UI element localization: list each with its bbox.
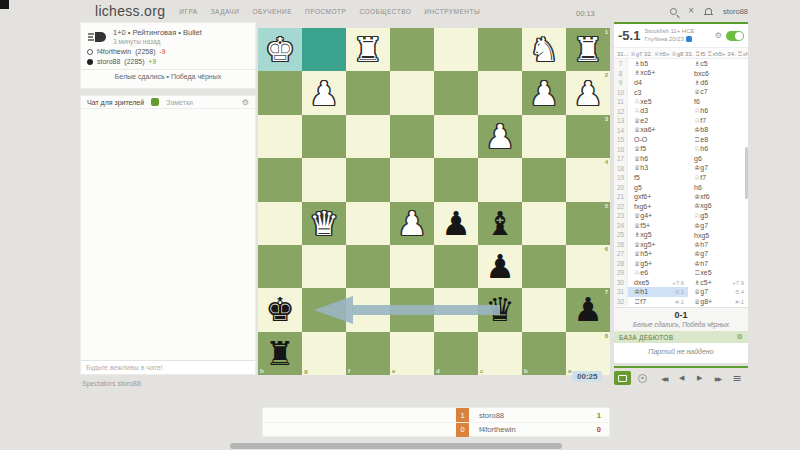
engine-eval: -5.1 — [618, 28, 640, 43]
menu-item-1[interactable]: ЗАДАЧИ — [211, 8, 240, 15]
move-number: 28 — [614, 259, 628, 269]
move-number: 32 — [614, 297, 628, 307]
move-21-w[interactable]: gxf6+ — [628, 192, 688, 202]
move-row-8: 8♗xc6+bxc6 — [614, 69, 748, 79]
square-h5[interactable] — [258, 202, 302, 245]
spectators-label: Spectators — [82, 380, 115, 387]
move-row-28: 28♕g5+♔h7 — [614, 259, 748, 269]
move-row-11: 11♘xe5f6 — [614, 97, 748, 107]
move-10-w[interactable]: c3 — [628, 88, 688, 98]
square-b6[interactable] — [522, 245, 566, 288]
move-number: 21 — [614, 192, 628, 202]
move-28-b[interactable]: ♔h7 — [688, 259, 748, 269]
top-nav: lichess.org ИГРАЗАДАЧИОБУЧЕНИЕПРОСМОТРСО… — [0, 0, 800, 22]
square-g4[interactable] — [302, 158, 346, 201]
square-f5[interactable] — [346, 202, 390, 245]
square-a5[interactable]: 5 — [566, 202, 610, 245]
square-e7[interactable] — [390, 288, 434, 331]
black-rook-h8: ♜ — [265, 337, 295, 370]
game-point-cell[interactable]: 1 — [456, 408, 469, 422]
square-d4[interactable] — [434, 158, 478, 201]
move-row-18: 18♕h3♔g7 — [614, 164, 748, 174]
engine-depth: Глубина 20/23 — [644, 36, 684, 42]
username[interactable]: storo88 — [723, 7, 748, 16]
move-row-10: 10c3♕c7 — [614, 88, 748, 98]
move-number: 7 — [614, 59, 628, 69]
move-8-b[interactable]: bxc6 — [688, 69, 748, 79]
engine-toggle[interactable] — [726, 31, 744, 41]
move-number: 26 — [614, 240, 628, 250]
move-row-25: 25♗xg5hxg5 — [614, 230, 748, 240]
move-18-b[interactable]: ♔g7 — [688, 164, 748, 174]
square-c1[interactable] — [478, 28, 522, 71]
move-number: 18 — [614, 164, 628, 174]
square-d3[interactable] — [434, 115, 478, 158]
coord-file-a: a — [568, 368, 571, 374]
coord-file-d: d — [436, 368, 440, 374]
clock-black-running: 00:25 — [572, 371, 602, 382]
black-color-icon — [87, 59, 93, 65]
move-row-13: 13♕e2♘f7 — [614, 116, 748, 126]
move-number: 29 — [614, 268, 628, 278]
move-row-20: 20g5h6 — [614, 183, 748, 193]
move-number: 17 — [614, 154, 628, 164]
move-row-17: 17♕h6g6 — [614, 154, 748, 164]
tab-spectator-chat[interactable]: Чат для зрителей — [87, 99, 144, 106]
move-17-b[interactable]: g6 — [688, 154, 748, 164]
spectators-line: Spectators storo88 — [82, 380, 141, 387]
lichess-logo[interactable]: lichess.org — [95, 3, 165, 19]
move-32-b[interactable]: ♕g8+#-1 — [688, 297, 748, 307]
menu-item-4[interactable]: СООБЩЕСТВО — [359, 8, 411, 15]
square-h7[interactable]: ♚ — [258, 288, 302, 331]
coord-rank-8: 8 — [605, 333, 608, 339]
square-e6[interactable] — [390, 245, 434, 288]
menu-hamburger-icon[interactable]: ≡ — [733, 372, 742, 385]
game-point-cell[interactable]: 0 — [456, 423, 469, 437]
crosstable-player-name[interactable]: storo88 — [469, 411, 587, 420]
move-row-29: 29♘e6♖xe5 — [614, 268, 748, 278]
move-30-w[interactable]: dxe5+7.6 — [628, 278, 688, 288]
engine-pv-line[interactable]: 31... ♕g7 32. ♕h5+ ♕g8 33. ♖f5 ♖xh5+ 34.… — [614, 48, 748, 59]
square-h2[interactable] — [258, 71, 302, 114]
crosstable-row-loser: 0 f4forthewin 0 — [263, 422, 609, 436]
square-b1[interactable]: ♞ — [522, 28, 566, 71]
go-previous-button[interactable]: ◀ — [679, 374, 684, 382]
square-f1[interactable]: ♜ — [346, 28, 390, 71]
move-number: 20 — [614, 183, 628, 193]
move-12-w[interactable]: ♘d3 — [628, 107, 688, 117]
square-d2[interactable] — [434, 71, 478, 114]
square-b3[interactable] — [522, 115, 566, 158]
move-22-w[interactable]: fxg6+ — [628, 202, 688, 212]
move-31-b[interactable]: ♕g7-5.4 — [688, 287, 748, 297]
square-h4[interactable] — [258, 158, 302, 201]
white-rook-a1: ♜ — [573, 33, 603, 66]
move-eval: #-1 — [735, 299, 748, 305]
move-28-w[interactable]: ♕g5+ — [628, 259, 688, 269]
divider — [81, 69, 255, 70]
square-c8[interactable]: c — [478, 332, 522, 375]
go-last-button[interactable]: ▶▶ — [715, 375, 720, 382]
move-list-scrollbar[interactable] — [745, 147, 748, 199]
move-number: 15 — [614, 135, 628, 145]
move-7-w[interactable]: ♗b5 — [628, 59, 688, 69]
crosstable-total: 1 — [587, 411, 609, 420]
coord-file-g: g — [304, 368, 308, 374]
move-19-b[interactable]: ♘f7 — [688, 173, 748, 183]
square-b7[interactable] — [522, 288, 566, 331]
white-knight-b1: ♞ — [529, 33, 559, 66]
player-white-row[interactable]: f4forthewin (2258) -9 — [87, 48, 249, 55]
coord-file-f: f — [348, 368, 350, 374]
square-f7[interactable] — [346, 288, 390, 331]
move-row-23: 23♕g4+♘g5 — [614, 211, 748, 221]
square-d8[interactable]: d — [434, 332, 478, 375]
move-29-b[interactable]: ♖xe5 — [688, 268, 748, 278]
search-icon[interactable] — [670, 8, 677, 15]
engine-header: -5.1 Stockfish 11+ HCE Глубина 20/23 ⚙ — [614, 24, 748, 48]
move-10-b[interactable]: ♕c7 — [688, 88, 748, 98]
move-row-21: 21gxf6+♔xf6 — [614, 192, 748, 202]
white-rating-delta: -9 — [159, 48, 165, 55]
move-number: 13 — [614, 116, 628, 126]
chat-input[interactable] — [81, 360, 255, 374]
move-number: 27 — [614, 249, 628, 259]
engine-name: Stockfish 11+ HCE — [644, 28, 694, 34]
square-h3[interactable] — [258, 115, 302, 158]
square-g8[interactable]: g — [302, 332, 346, 375]
menu-item-2[interactable]: ОБУЧЕНИЕ — [252, 8, 292, 15]
move-number: 23 — [614, 211, 628, 221]
move-9-b[interactable]: ♗d6 — [688, 78, 748, 88]
move-29-w[interactable]: ♘e6 — [628, 268, 688, 278]
game-meta-title: 1+0 • Рейтинговая • Bullet — [113, 28, 202, 37]
coord-file-b: b — [524, 368, 528, 374]
square-a4[interactable]: 4 — [566, 158, 610, 201]
bullet-icon — [87, 30, 107, 44]
move-25-b[interactable]: hxg5 — [688, 230, 748, 240]
move-25-w[interactable]: ♗xg5 — [628, 230, 688, 240]
left-sidebar: 1+0 • Рейтинговая • Bullet 3 минуты наза… — [80, 22, 256, 390]
move-8-w[interactable]: ♗xc6+ — [628, 69, 688, 79]
spectator-name[interactable]: storo88 — [117, 380, 140, 387]
move-20-b[interactable]: h6 — [688, 183, 748, 193]
analysis-panel: -5.1 Stockfish 11+ HCE Глубина 20/23 ⚙ 3… — [614, 22, 748, 363]
move-32-w[interactable]: ♖f7#-1 — [628, 297, 688, 307]
black-player-rating: (2285) — [124, 58, 144, 65]
square-a6[interactable]: 6 — [566, 245, 610, 288]
white-pawn-g2: ♟ — [309, 77, 339, 110]
square-e2[interactable] — [390, 71, 434, 114]
move-20-w[interactable]: g5 — [628, 183, 688, 193]
game-result-text: Белые сдались • Победа чёрных — [87, 73, 249, 80]
square-e5[interactable]: ♟ — [390, 202, 434, 245]
move-16-w[interactable]: ♕f5 — [628, 145, 688, 155]
move-eval: #-1 — [675, 299, 688, 305]
square-f6[interactable] — [346, 245, 390, 288]
move-number: 24 — [614, 221, 628, 231]
move-26-w[interactable]: ♕xg5+ — [628, 240, 688, 250]
move-21-b[interactable]: ♔xf6 — [688, 192, 748, 202]
square-e1[interactable] — [390, 28, 434, 71]
move-16-b[interactable]: ♘h6 — [688, 145, 748, 155]
move-12-b[interactable]: ♘h6 — [688, 107, 748, 117]
move-13-w[interactable]: ♕e2 — [628, 116, 688, 126]
analysis-circle-icon[interactable] — [638, 374, 647, 383]
white-pawn-e5: ♟ — [397, 207, 427, 240]
white-pawn-b2: ♟ — [529, 77, 559, 110]
move-24-b[interactable]: ♔g7 — [688, 221, 748, 231]
square-c3[interactable]: ♟ — [478, 115, 522, 158]
coord-file-e: e — [392, 368, 395, 374]
black-pawn-d5: ♟ — [441, 207, 471, 240]
result-score: 0-1 — [614, 310, 748, 320]
move-7-b[interactable]: ♗c5 — [688, 59, 748, 69]
square-g6[interactable] — [302, 245, 346, 288]
square-d5[interactable]: ♟ — [434, 202, 478, 245]
chat-panel: Чат для зрителей Заметки ⚙ — [80, 95, 256, 375]
opening-book-button-active[interactable] — [614, 371, 631, 385]
coord-file-c: c — [480, 368, 483, 374]
move-number: 8 — [614, 69, 628, 79]
move-18-w[interactable]: ♕h3 — [628, 164, 688, 174]
square-b2[interactable]: ♟ — [522, 71, 566, 114]
square-e3[interactable] — [390, 115, 434, 158]
square-e8[interactable]: e — [390, 332, 434, 375]
move-27-w[interactable]: ♕h5+ — [628, 249, 688, 259]
coord-rank-6: 6 — [605, 246, 608, 252]
square-f3[interactable] — [346, 115, 390, 158]
move-row-16: 16♕f5♘h6 — [614, 145, 748, 155]
result-block: 0-1 Белые сдались, Победа чёрных — [614, 307, 748, 331]
move-17-w[interactable]: ♕h6 — [628, 154, 688, 164]
move-row-12: 12♘d3♘h6 — [614, 107, 748, 117]
move-number: 22 — [614, 202, 628, 212]
black-queen-c7: ♛ — [485, 293, 515, 326]
square-f2[interactable] — [346, 71, 390, 114]
main-menu: ИГРАЗАДАЧИОБУЧЕНИЕПРОСМОТРСООБЩЕСТВОИНСТ… — [179, 8, 480, 15]
move-number: 16 — [614, 145, 628, 155]
black-king-h7: ♚ — [265, 293, 295, 326]
move-14-w[interactable]: ♕xa6+ — [628, 126, 688, 136]
square-c2[interactable] — [478, 71, 522, 114]
square-d1[interactable] — [434, 28, 478, 71]
move-24-w[interactable]: ♕f5+ — [628, 221, 688, 231]
coord-rank-1: 1 — [605, 29, 608, 35]
menu-item-5[interactable]: ИНСТРУМЕНТЫ — [424, 8, 480, 15]
move-row-32: 32♖f7#-1♕g8+#-1 — [614, 297, 748, 307]
close-icon[interactable]: × — [688, 6, 694, 16]
crosstable-total: 0 — [587, 425, 609, 434]
player-black-row[interactable]: storo88 (2285) +9 — [87, 58, 249, 65]
move-row-19: 19f5♘f7 — [614, 173, 748, 183]
black-rating-delta: +9 — [149, 58, 156, 65]
move-row-9: 9d4♗d6 — [614, 78, 748, 88]
move-23-w[interactable]: ♕g4+ — [628, 211, 688, 221]
square-c7[interactable]: ♛ — [478, 288, 522, 331]
square-e4[interactable] — [390, 158, 434, 201]
move-number: 9 — [614, 78, 628, 88]
black-player-name[interactable]: storo88 — [97, 58, 120, 65]
menu-item-0[interactable]: ИГРА — [179, 8, 197, 15]
move-row-14: 14♕xa6+♔b8 — [614, 126, 748, 136]
move-31-w[interactable]: ♔h1-5.1 — [628, 287, 688, 297]
square-b5[interactable] — [522, 202, 566, 245]
game-info-card: 1+0 • Рейтинговая • Bullet 3 минуты наза… — [80, 22, 256, 89]
coord-rank-7: 7 — [605, 289, 608, 295]
result-reason: Белые сдались, Победа чёрных — [614, 321, 748, 328]
square-c4[interactable] — [478, 158, 522, 201]
square-b4[interactable] — [522, 158, 566, 201]
coord-rank-5: 5 — [605, 203, 608, 209]
square-a1[interactable]: ♜1 — [566, 28, 610, 71]
move-27-b[interactable]: ♔g7 — [688, 249, 748, 259]
game-meta-time: 3 минуты назад — [113, 38, 202, 45]
move-number: 30 — [614, 278, 628, 288]
square-b8[interactable]: b — [522, 332, 566, 375]
square-c6[interactable]: ♟ — [478, 245, 522, 288]
square-g7[interactable] — [302, 288, 346, 331]
move-row-22: 22fxg6+♔xg6 — [614, 202, 748, 212]
square-g1[interactable] — [302, 28, 346, 71]
move-11-w[interactable]: ♘xe5 — [628, 97, 688, 107]
menu-item-3[interactable]: ПРОСМОТР — [305, 8, 346, 15]
move-eval: +7.9 — [732, 280, 748, 286]
move-number: 10 — [614, 88, 628, 98]
move-number: 11 — [614, 97, 628, 107]
move-number: 14 — [614, 126, 628, 136]
move-23-b[interactable]: ♘g5 — [688, 211, 748, 221]
chat-toggle-checkbox[interactable] — [151, 98, 159, 106]
white-pawn-c3: ♟ — [485, 120, 515, 153]
go-next-button[interactable]: ▶ — [697, 374, 702, 382]
database-empty-text: Партий не найдено — [614, 343, 748, 363]
square-h6[interactable] — [258, 245, 302, 288]
move-list: 7♗b5♗c58♗xc6+bxc69d4♗d610c3♕c711♘xe5f612… — [614, 59, 748, 307]
move-row-26: 26♕xg5+♔h7 — [614, 240, 748, 250]
white-player-name[interactable]: f4forthewin — [97, 48, 131, 55]
bottom-scrollbar[interactable] — [230, 443, 562, 449]
move-row-31: 31♔h1-5.1♕g7-5.4 — [614, 287, 748, 297]
move-number: 19 — [614, 173, 628, 183]
square-d7[interactable] — [434, 288, 478, 331]
opening-database-header[interactable]: База дебютов ⚙ — [614, 331, 748, 343]
move-30-b[interactable]: ♗c5++7.9 — [688, 278, 748, 288]
chess-board: ♚♜♞♜1♟♟♟2♟34♛♟♟♝5♟6♚♛♟7♜hgfedcba8 — [258, 28, 610, 375]
clock-white: 00:13 — [576, 9, 595, 18]
white-king-h1: ♚ — [265, 33, 295, 66]
move-15-b[interactable]: ♖e8 — [688, 135, 748, 145]
tab-notes[interactable]: Заметки — [166, 99, 193, 106]
white-rook-f1: ♜ — [353, 33, 383, 66]
white-queen-g5: ♛ — [309, 207, 339, 240]
coord-rank-4: 4 — [605, 159, 608, 165]
move-eval: -5.4 — [734, 289, 748, 295]
move-15-w[interactable]: O-O — [628, 135, 688, 145]
notifications-bell-icon[interactable] — [705, 8, 712, 14]
chat-settings-icon[interactable]: ⚙ — [242, 98, 249, 107]
database-settings-icon[interactable]: ⚙ — [736, 333, 743, 341]
move-26-b[interactable]: ♔h7 — [688, 240, 748, 250]
engine-settings-icon[interactable]: ⚙ — [715, 31, 722, 40]
square-c5[interactable]: ♝ — [478, 202, 522, 245]
analysis-toolbar: ◀◀ ◀ ▶ ▶▶ ≡ — [614, 366, 748, 385]
square-a8[interactable]: a8 — [566, 332, 610, 375]
white-pawn-a2: ♟ — [573, 77, 603, 110]
square-a3[interactable]: 3 — [566, 115, 610, 158]
move-row-15: 15O-O♖e8 — [614, 135, 748, 145]
move-14-b[interactable]: ♔b8 — [688, 126, 748, 136]
white-color-icon — [87, 49, 93, 55]
move-row-24: 24♕f5+♔g7 — [614, 221, 748, 231]
move-11-b[interactable]: f6 — [688, 97, 748, 107]
square-g5[interactable]: ♛ — [302, 202, 346, 245]
move-row-27: 27♕h5+♔g7 — [614, 249, 748, 259]
chat-messages — [81, 109, 255, 360]
move-eval: -5.1 — [674, 289, 688, 295]
move-number: 12 — [614, 107, 628, 117]
square-d6[interactable] — [434, 245, 478, 288]
coord-rank-3: 3 — [605, 116, 608, 122]
square-g3[interactable] — [302, 115, 346, 158]
square-f8[interactable]: f — [346, 332, 390, 375]
square-g2[interactable]: ♟ — [302, 71, 346, 114]
coord-rank-2: 2 — [605, 72, 608, 78]
move-9-w[interactable]: d4 — [628, 78, 688, 88]
square-a7[interactable]: ♟7 — [566, 288, 610, 331]
white-player-rating: (2258) — [135, 48, 155, 55]
crosstable-player-name[interactable]: f4forthewin — [469, 425, 587, 434]
square-f4[interactable] — [346, 158, 390, 201]
move-row-7: 7♗b5♗c5 — [614, 59, 748, 69]
move-number: 25 — [614, 230, 628, 240]
move-22-b[interactable]: ♔xg6 — [688, 202, 748, 212]
crosstable-row-winner: 1 storo88 1 — [263, 408, 609, 422]
cloud-analysis-icon — [686, 36, 692, 42]
move-number: 31 — [614, 287, 628, 297]
move-eval: +7.6 — [672, 280, 688, 286]
move-19-w[interactable]: f5 — [628, 173, 688, 183]
coord-file-h: h — [260, 368, 264, 374]
move-row-30: 30dxe5+7.6♗c5++7.9 — [614, 278, 748, 288]
square-h1[interactable]: ♚ — [258, 28, 302, 71]
square-h8[interactable]: ♜h — [258, 332, 302, 375]
black-pawn-c6: ♟ — [485, 250, 515, 283]
black-pawn-a7: ♟ — [573, 293, 603, 326]
move-13-b[interactable]: ♘f7 — [688, 116, 748, 126]
crosstable: 1 storo88 1 0 f4forthewin 0 — [262, 407, 610, 437]
black-bishop-c5: ♝ — [485, 207, 515, 240]
go-first-button[interactable]: ◀◀ — [661, 375, 666, 382]
square-a2[interactable]: ♟2 — [566, 71, 610, 114]
